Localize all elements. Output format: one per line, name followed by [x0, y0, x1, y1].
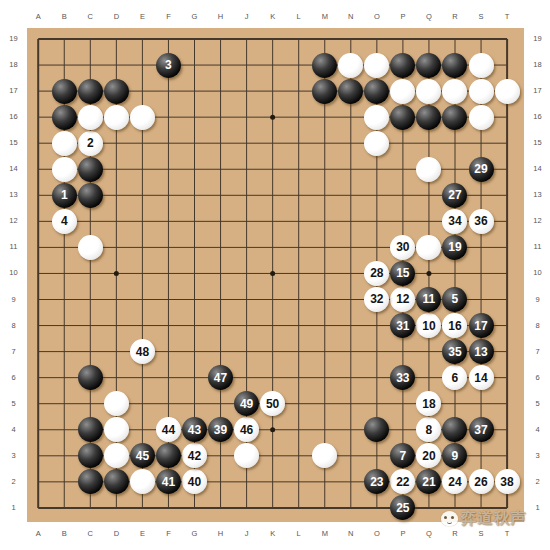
go-diagram-page: AABBCCDDEEFFGGHHJJKKLLMMNNOOPPQQRRSSTT19… — [0, 0, 550, 550]
move-number: 39 — [214, 424, 227, 436]
stone-black-F3 — [156, 443, 181, 468]
stone-white-S2: 26 — [469, 469, 494, 494]
move-number: 9 — [452, 450, 459, 462]
move-number: 3 — [165, 59, 172, 71]
stone-white-B15 — [52, 131, 77, 156]
move-number: 13 — [474, 346, 487, 358]
stone-white-O15 — [364, 131, 389, 156]
stone-white-B14 — [52, 157, 77, 182]
stone-white-O16 — [364, 105, 389, 130]
move-number: 21 — [422, 476, 435, 488]
move-number: 24 — [448, 476, 461, 488]
stone-white-Q8: 10 — [416, 313, 441, 338]
move-number: 37 — [474, 424, 487, 436]
stone-white-N18 — [338, 53, 363, 78]
stone-black-N17 — [338, 79, 363, 104]
stone-black-Q18 — [416, 53, 441, 78]
watermark: 弈道秋声 — [441, 509, 527, 528]
move-number: 49 — [240, 398, 253, 410]
stone-white-P2: 22 — [390, 469, 415, 494]
stone-white-M3 — [312, 443, 337, 468]
stone-white-G3: 42 — [182, 443, 207, 468]
move-number: 23 — [370, 476, 383, 488]
stone-black-P10: 15 — [390, 261, 415, 286]
stone-white-S12: 36 — [469, 209, 494, 234]
stone-white-D3 — [104, 443, 129, 468]
stone-black-P18 — [390, 53, 415, 78]
stone-white-O18 — [364, 53, 389, 78]
stone-white-Q5: 18 — [416, 391, 441, 416]
stone-black-P16 — [390, 105, 415, 130]
stone-black-O2: 23 — [364, 469, 389, 494]
stone-white-P17 — [390, 79, 415, 104]
stone-black-R18 — [442, 53, 467, 78]
stone-black-S4: 37 — [469, 417, 494, 442]
stone-black-R3: 9 — [442, 443, 467, 468]
stone-black-S7: 13 — [469, 339, 494, 364]
move-number: 26 — [474, 476, 487, 488]
stone-white-S6: 14 — [469, 365, 494, 390]
move-number: 46 — [240, 424, 253, 436]
stone-black-C13 — [78, 183, 103, 208]
stone-white-Q11 — [416, 235, 441, 260]
move-number: 17 — [474, 320, 487, 332]
stone-black-P8: 31 — [390, 313, 415, 338]
stone-black-B17 — [52, 79, 77, 104]
stone-black-S8: 17 — [469, 313, 494, 338]
stone-white-E2 — [130, 469, 155, 494]
stone-white-C16 — [78, 105, 103, 130]
move-number: 6 — [452, 372, 459, 384]
stone-white-Q14 — [416, 157, 441, 182]
stone-black-H4: 39 — [208, 417, 233, 442]
stone-black-C14 — [78, 157, 103, 182]
move-number: 42 — [188, 450, 201, 462]
stone-black-R13: 27 — [442, 183, 467, 208]
move-number: 45 — [136, 450, 149, 462]
stone-black-R4 — [442, 417, 467, 442]
move-number: 43 — [188, 424, 201, 436]
stone-black-R7: 35 — [442, 339, 467, 364]
move-number: 31 — [396, 320, 409, 332]
stone-white-D4 — [104, 417, 129, 442]
stone-white-P9: 12 — [390, 287, 415, 312]
stone-white-D5 — [104, 391, 129, 416]
stone-white-F4: 44 — [156, 417, 181, 442]
move-number: 32 — [370, 293, 383, 305]
move-number: 30 — [396, 241, 409, 253]
stone-white-R8: 16 — [442, 313, 467, 338]
stone-black-P3: 7 — [390, 443, 415, 468]
move-number: 38 — [500, 476, 513, 488]
move-number: 44 — [162, 424, 175, 436]
stone-white-R6: 6 — [442, 365, 467, 390]
stone-white-E16 — [130, 105, 155, 130]
stone-white-Q17 — [416, 79, 441, 104]
stone-black-C3 — [78, 443, 103, 468]
stone-black-Q2: 21 — [416, 469, 441, 494]
stone-black-R9: 5 — [442, 287, 467, 312]
move-number: 34 — [448, 215, 461, 227]
move-number: 16 — [448, 320, 461, 332]
stone-black-C4 — [78, 417, 103, 442]
stone-white-R12: 34 — [442, 209, 467, 234]
stone-white-C11 — [78, 235, 103, 260]
stone-black-P1: 25 — [390, 495, 415, 520]
stone-white-E7: 48 — [130, 339, 155, 364]
stone-white-J4: 46 — [234, 417, 259, 442]
stone-black-F2: 41 — [156, 469, 181, 494]
move-number: 2 — [87, 137, 94, 149]
stone-black-B16 — [52, 105, 77, 130]
move-number: 14 — [474, 372, 487, 384]
stone-black-D17 — [104, 79, 129, 104]
stone-black-O17 — [364, 79, 389, 104]
stone-black-C6 — [78, 365, 103, 390]
move-number: 50 — [266, 398, 279, 410]
stone-black-B13: 1 — [52, 183, 77, 208]
move-number: 48 — [136, 346, 149, 358]
stone-white-R17 — [442, 79, 467, 104]
move-number: 12 — [396, 293, 409, 305]
stone-white-T2: 38 — [495, 469, 520, 494]
move-number: 11 — [423, 293, 436, 305]
stone-layer: 1234567891011121314151617181920212223242… — [25, 26, 520, 521]
move-number: 8 — [426, 424, 433, 436]
watermark-text: 弈道秋声 — [461, 509, 527, 528]
move-number: 18 — [422, 398, 435, 410]
move-number: 19 — [448, 241, 461, 253]
watermark-smiley-icon — [441, 511, 458, 526]
stone-black-R16 — [442, 105, 467, 130]
stone-black-M17 — [312, 79, 337, 104]
stone-white-C15: 2 — [78, 131, 103, 156]
stone-black-H6: 47 — [208, 365, 233, 390]
move-number: 4 — [61, 215, 68, 227]
move-number: 33 — [396, 372, 409, 384]
stone-white-Q4: 8 — [416, 417, 441, 442]
move-number: 15 — [396, 267, 409, 279]
stone-white-S17 — [469, 79, 494, 104]
stone-white-O9: 32 — [364, 287, 389, 312]
stone-black-P6: 33 — [390, 365, 415, 390]
stone-white-D16 — [104, 105, 129, 130]
move-number: 20 — [422, 450, 435, 462]
stone-black-F18: 3 — [156, 53, 181, 78]
stone-black-G4: 43 — [182, 417, 207, 442]
stone-black-E3: 45 — [130, 443, 155, 468]
move-number: 5 — [452, 293, 459, 305]
stone-white-T17 — [495, 79, 520, 104]
stone-black-O4 — [364, 417, 389, 442]
stone-white-S16 — [469, 105, 494, 130]
stone-black-C2 — [78, 469, 103, 494]
stone-black-Q9: 11 — [416, 287, 441, 312]
stone-black-J5: 49 — [234, 391, 259, 416]
move-number: 28 — [370, 267, 383, 279]
stone-black-S14: 29 — [469, 157, 494, 182]
move-number: 1 — [61, 189, 68, 201]
stone-black-M18 — [312, 53, 337, 78]
move-number: 25 — [396, 502, 409, 514]
stone-white-R2: 24 — [442, 469, 467, 494]
stone-white-B12: 4 — [52, 209, 77, 234]
stone-white-J3 — [234, 443, 259, 468]
move-number: 10 — [422, 320, 435, 332]
stone-white-O10: 28 — [364, 261, 389, 286]
stone-black-Q16 — [416, 105, 441, 130]
stone-white-G2: 40 — [182, 469, 207, 494]
move-number: 7 — [400, 450, 407, 462]
move-number: 35 — [448, 346, 461, 358]
move-number: 27 — [448, 189, 461, 201]
move-number: 36 — [474, 215, 487, 227]
move-number: 47 — [214, 372, 227, 384]
move-number: 41 — [162, 476, 175, 488]
move-number: 40 — [188, 476, 201, 488]
stone-white-Q3: 20 — [416, 443, 441, 468]
move-number: 29 — [474, 163, 487, 175]
stone-white-S18 — [469, 53, 494, 78]
stone-white-K5: 50 — [260, 391, 285, 416]
stone-black-C17 — [78, 79, 103, 104]
move-number: 22 — [396, 476, 409, 488]
stone-white-P11: 30 — [390, 235, 415, 260]
stone-black-D2 — [104, 469, 129, 494]
stone-black-R11: 19 — [442, 235, 467, 260]
